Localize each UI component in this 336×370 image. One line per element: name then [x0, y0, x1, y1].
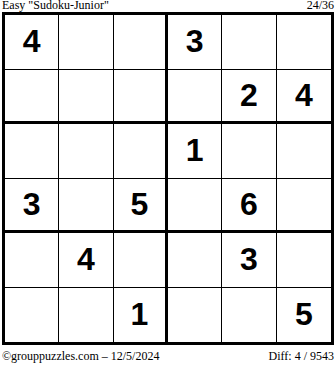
cell-r2c2[interactable]	[59, 70, 113, 125]
cell-r6c4[interactable]	[168, 288, 222, 343]
copyright-date: ©grouppuzzles.com – 12/5/2024	[2, 349, 159, 364]
cell-r3c2[interactable]	[59, 124, 113, 179]
cell-r5c5[interactable]: 3	[222, 233, 276, 288]
cell-r4c2[interactable]	[59, 179, 113, 234]
cell-r1c1[interactable]: 4	[5, 15, 59, 70]
cell-r3c5[interactable]	[222, 124, 276, 179]
given-digit: 2	[240, 77, 258, 114]
cell-r2c4[interactable]	[168, 70, 222, 125]
cell-r4c1[interactable]: 3	[5, 179, 59, 234]
cell-r4c6[interactable]	[277, 179, 331, 234]
cell-r1c2[interactable]	[59, 15, 113, 70]
cell-r1c4[interactable]: 3	[168, 15, 222, 70]
cell-r4c3[interactable]: 5	[114, 179, 168, 234]
puzzle-page: Easy "Sudoku-Junior" 24/36 432413564315 …	[0, 0, 336, 370]
cell-r6c5[interactable]	[222, 288, 276, 343]
cell-r4c5[interactable]: 6	[222, 179, 276, 234]
cell-r6c3[interactable]: 1	[114, 288, 168, 343]
sudoku-grid: 432413564315	[2, 12, 334, 345]
given-digit: 4	[77, 241, 95, 278]
given-digit: 6	[240, 186, 258, 223]
given-digit: 1	[186, 132, 204, 169]
givens-counter: 24/36	[307, 0, 334, 11]
given-digit: 3	[186, 23, 204, 60]
difficulty-label: Diff: 4 / 9543	[269, 349, 334, 364]
cell-r6c6[interactable]: 5	[277, 288, 331, 343]
given-digit: 3	[23, 186, 41, 223]
cell-r6c2[interactable]	[59, 288, 113, 343]
cell-r2c1[interactable]	[5, 70, 59, 125]
cell-r1c3[interactable]	[114, 15, 168, 70]
given-digit: 1	[130, 296, 148, 333]
page-footer: ©grouppuzzles.com – 12/5/2024 Diff: 4 / …	[0, 345, 336, 370]
cell-r2c6[interactable]: 4	[277, 70, 331, 125]
cell-r3c3[interactable]	[114, 124, 168, 179]
cell-r4c4[interactable]	[168, 179, 222, 234]
cell-r5c6[interactable]	[277, 233, 331, 288]
given-digit: 4	[295, 77, 313, 114]
cell-r5c1[interactable]	[5, 233, 59, 288]
given-digit: 5	[295, 296, 313, 333]
cell-r5c3[interactable]	[114, 233, 168, 288]
puzzle-title: Easy "Sudoku-Junior"	[2, 0, 109, 11]
page-header: Easy "Sudoku-Junior" 24/36	[0, 0, 336, 12]
given-digit: 3	[240, 241, 258, 278]
given-digit: 4	[23, 23, 41, 60]
cell-r2c3[interactable]	[114, 70, 168, 125]
cell-r1c5[interactable]	[222, 15, 276, 70]
cell-r3c6[interactable]	[277, 124, 331, 179]
cell-r5c4[interactable]	[168, 233, 222, 288]
cell-r5c2[interactable]: 4	[59, 233, 113, 288]
cell-r2c5[interactable]: 2	[222, 70, 276, 125]
cell-r6c1[interactable]	[5, 288, 59, 343]
cell-r3c4[interactable]: 1	[168, 124, 222, 179]
given-digit: 5	[130, 186, 148, 223]
cell-r3c1[interactable]	[5, 124, 59, 179]
cell-r1c6[interactable]	[277, 15, 331, 70]
